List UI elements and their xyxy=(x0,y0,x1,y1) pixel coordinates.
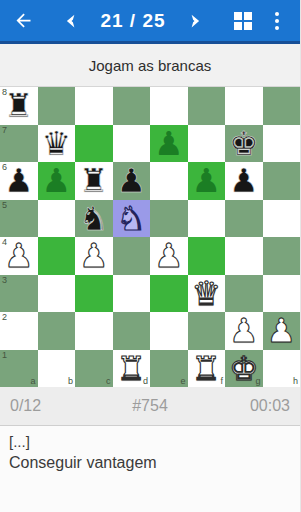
square-h7[interactable] xyxy=(263,125,301,163)
square-f8[interactable] xyxy=(188,87,226,125)
piece-bp-f6[interactable]: ♟ xyxy=(191,164,221,197)
square-f2[interactable] xyxy=(188,312,226,350)
square-c8[interactable] xyxy=(75,87,113,125)
file-label-d: d xyxy=(143,377,148,386)
rank-label-6: 6 xyxy=(2,163,7,172)
square-g4[interactable] xyxy=(225,237,263,275)
square-g1[interactable]: g♚ xyxy=(225,350,263,388)
piece-wp-g2[interactable]: ♟ xyxy=(229,314,259,347)
piece-wr-f1[interactable]: ♜ xyxy=(191,352,221,385)
square-c5[interactable]: ♞ xyxy=(75,200,113,238)
square-h1[interactable]: h xyxy=(263,350,301,388)
arrow-left-icon xyxy=(13,10,34,31)
square-e7[interactable]: ♟ xyxy=(150,125,188,163)
rank-label-8: 8 xyxy=(2,88,7,97)
square-h5[interactable] xyxy=(263,200,301,238)
square-a7[interactable]: 7 xyxy=(0,125,38,163)
square-h8[interactable] xyxy=(263,87,301,125)
piece-bk-g7[interactable]: ♚ xyxy=(229,127,259,160)
square-c7[interactable] xyxy=(75,125,113,163)
puzzle-counter: 21 / 25 xyxy=(100,10,165,32)
file-label-f: f xyxy=(220,377,223,386)
solution-panel: [...] Conseguir vantagem xyxy=(0,426,300,512)
square-d3[interactable] xyxy=(113,275,151,313)
square-a8[interactable]: 8♜ xyxy=(0,87,38,125)
file-label-a: a xyxy=(30,377,35,386)
square-h4[interactable] xyxy=(263,237,301,275)
square-f4[interactable] xyxy=(188,237,226,275)
square-h3[interactable] xyxy=(263,275,301,313)
piece-bp-g6[interactable]: ♟ xyxy=(229,164,259,197)
puzzle-grid-button[interactable] xyxy=(226,4,260,38)
square-b6[interactable]: ♟ xyxy=(38,162,76,200)
app-bar-actions xyxy=(226,4,294,38)
square-c3[interactable] xyxy=(75,275,113,313)
square-a3[interactable]: 3 xyxy=(0,275,38,313)
piece-bp-e7[interactable]: ♟ xyxy=(154,127,184,160)
piece-wp-h2[interactable]: ♟ xyxy=(266,314,296,347)
piece-bp-a6[interactable]: ♟ xyxy=(4,164,34,197)
square-f7[interactable] xyxy=(188,125,226,163)
square-a6[interactable]: 6♟ xyxy=(0,162,38,200)
piece-wp-c4[interactable]: ♟ xyxy=(79,239,109,272)
square-d2[interactable] xyxy=(113,312,151,350)
square-e8[interactable] xyxy=(150,87,188,125)
turn-indicator-text: Jogam as brancas xyxy=(89,57,212,74)
next-puzzle-button[interactable] xyxy=(178,4,212,38)
file-label-b: b xyxy=(68,377,73,386)
moves-placeholder: [...] xyxy=(9,433,291,450)
piece-bq-b7[interactable]: ♛ xyxy=(41,127,71,160)
rank-label-2: 2 xyxy=(2,313,7,322)
file-label-c: c xyxy=(106,377,111,386)
square-h6[interactable] xyxy=(263,162,301,200)
square-d8[interactable] xyxy=(113,87,151,125)
square-e1[interactable]: e xyxy=(150,350,188,388)
square-c2[interactable] xyxy=(75,312,113,350)
dots-vertical-icon xyxy=(275,12,279,30)
square-b1[interactable]: b xyxy=(38,350,76,388)
file-label-e: e xyxy=(180,377,185,386)
square-b4[interactable] xyxy=(38,237,76,275)
piece-wq-f3[interactable]: ♛ xyxy=(191,277,221,310)
piece-bn-c5[interactable]: ♞ xyxy=(79,202,109,235)
square-c1[interactable]: c xyxy=(75,350,113,388)
rank-label-3: 3 xyxy=(2,276,7,285)
piece-br-a8[interactable]: ♜ xyxy=(4,89,34,122)
prev-puzzle-button[interactable] xyxy=(54,4,88,38)
timer: 00:03 xyxy=(250,397,290,415)
chess-board: 8♜7♛♟♚6♟♟♜♟♟♟5♞♞4♟♟♟3♛2♟♟1abcd♜ef♜g♚h xyxy=(0,87,300,387)
puzzle-navigation: 21 / 25 xyxy=(40,4,226,38)
square-d6[interactable]: ♟ xyxy=(113,162,151,200)
piece-wk-g1[interactable]: ♚ xyxy=(229,352,259,385)
square-b7[interactable]: ♛ xyxy=(38,125,76,163)
back-button[interactable] xyxy=(6,4,40,38)
grid-icon xyxy=(234,12,252,30)
square-d1[interactable]: d♜ xyxy=(113,350,151,388)
square-a1[interactable]: 1a xyxy=(0,350,38,388)
square-e6[interactable] xyxy=(150,162,188,200)
square-d5[interactable]: ♞ xyxy=(113,200,151,238)
square-a5[interactable]: 5 xyxy=(0,200,38,238)
square-f5[interactable] xyxy=(188,200,226,238)
file-label-h: h xyxy=(293,377,298,386)
square-f1[interactable]: f♜ xyxy=(188,350,226,388)
square-g8[interactable] xyxy=(225,87,263,125)
square-d7[interactable] xyxy=(113,125,151,163)
square-e3[interactable] xyxy=(150,275,188,313)
square-e2[interactable] xyxy=(150,312,188,350)
piece-wn-d5[interactable]: ♞ xyxy=(116,202,146,235)
score-counter: 0/12 xyxy=(10,397,41,415)
square-h2[interactable]: ♟ xyxy=(263,312,301,350)
piece-wp-a4[interactable]: ♟ xyxy=(4,239,34,272)
chevron-left-icon xyxy=(62,12,80,30)
piece-wr-d1[interactable]: ♜ xyxy=(116,352,146,385)
square-c4[interactable]: ♟ xyxy=(75,237,113,275)
overflow-menu-button[interactable] xyxy=(260,4,294,38)
square-c6[interactable]: ♜ xyxy=(75,162,113,200)
square-b2[interactable] xyxy=(38,312,76,350)
piece-bp-b6[interactable]: ♟ xyxy=(41,164,71,197)
square-e5[interactable] xyxy=(150,200,188,238)
rank-label-4: 4 xyxy=(2,238,7,247)
square-f3[interactable]: ♛ xyxy=(188,275,226,313)
file-label-g: g xyxy=(255,377,260,386)
chevron-right-icon xyxy=(186,12,204,30)
piece-br-c6[interactable]: ♜ xyxy=(79,164,109,197)
square-d4[interactable] xyxy=(113,237,151,275)
square-g6[interactable]: ♟ xyxy=(225,162,263,200)
app-window: 21 / 25 Jogam as brancas 8♜7♛♟♚6♟♟♜♟♟♟5♞… xyxy=(0,0,300,512)
piece-bp-d6[interactable]: ♟ xyxy=(116,164,146,197)
square-e4[interactable]: ♟ xyxy=(150,237,188,275)
piece-wp-e4[interactable]: ♟ xyxy=(154,239,184,272)
square-a2[interactable]: 2 xyxy=(0,312,38,350)
square-g7[interactable]: ♚ xyxy=(225,125,263,163)
square-a4[interactable]: 4♟ xyxy=(0,237,38,275)
turn-indicator-bar: Jogam as brancas xyxy=(0,44,300,87)
square-f6[interactable]: ♟ xyxy=(188,162,226,200)
square-b8[interactable] xyxy=(38,87,76,125)
square-g3[interactable] xyxy=(225,275,263,313)
square-b5[interactable] xyxy=(38,200,76,238)
square-b3[interactable] xyxy=(38,275,76,313)
square-g5[interactable] xyxy=(225,200,263,238)
rank-label-1: 1 xyxy=(2,351,7,360)
square-g2[interactable]: ♟ xyxy=(225,312,263,350)
rank-label-7: 7 xyxy=(2,126,7,135)
stats-bar: 0/12 #754 00:03 xyxy=(0,387,300,426)
rank-label-5: 5 xyxy=(2,201,7,210)
app-bar: 21 / 25 xyxy=(0,0,300,44)
goal-text: Conseguir vantagem xyxy=(9,454,291,472)
